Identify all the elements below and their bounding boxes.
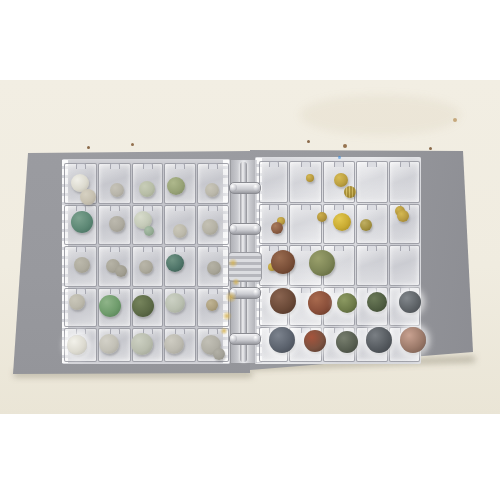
coin	[131, 333, 153, 355]
pocket-clip	[269, 204, 279, 210]
dirt-speck	[343, 144, 347, 148]
gold-glint	[228, 258, 238, 268]
coin	[306, 174, 314, 182]
coin	[367, 292, 387, 312]
dirt-speck	[131, 143, 134, 146]
coin	[67, 335, 87, 355]
binder-ring	[229, 223, 261, 235]
pocket-cell	[356, 245, 388, 286]
pocket-clip	[76, 246, 86, 252]
pocket-clip	[334, 287, 344, 293]
pocket-clip	[76, 163, 86, 169]
pocket-clip	[367, 245, 377, 251]
pocket-clip	[400, 161, 410, 167]
pocket-clip	[143, 246, 153, 252]
coin	[360, 219, 372, 231]
gold-glint	[222, 311, 232, 321]
pocket-clip	[269, 161, 279, 167]
pocket-clip	[143, 163, 153, 169]
pocket-clip	[334, 204, 344, 210]
dirt-speck	[429, 147, 432, 150]
dirt-speck	[87, 146, 90, 149]
gold-glint	[225, 291, 237, 303]
pocket-clip	[367, 161, 377, 167]
binder-ring	[229, 182, 261, 194]
coin	[144, 226, 154, 236]
coin	[99, 334, 119, 354]
coin	[344, 186, 356, 198]
pocket-clip	[208, 288, 218, 294]
pocket-cell	[289, 204, 322, 244]
coin	[270, 288, 296, 314]
pocket-cell	[289, 161, 322, 203]
coin	[213, 348, 225, 360]
coin	[109, 216, 125, 232]
coin	[74, 257, 90, 273]
coin	[400, 327, 426, 353]
gold-glint	[232, 278, 240, 286]
pocket-cell	[389, 161, 420, 203]
pocket-clip	[175, 163, 185, 169]
coin	[139, 181, 155, 197]
coin	[173, 224, 187, 238]
pocket-clip	[334, 161, 344, 167]
coin	[139, 260, 153, 274]
pocket-clip	[110, 288, 120, 294]
dirt-speck	[338, 156, 341, 159]
coin	[206, 299, 218, 311]
pocket-clip	[301, 161, 311, 167]
coin	[269, 327, 295, 353]
coin	[397, 210, 409, 222]
pocket-clip	[110, 246, 120, 252]
pocket-clip	[110, 163, 120, 169]
coin	[69, 294, 85, 310]
dirt-speck	[453, 118, 457, 122]
pocket-clip	[367, 204, 377, 210]
coin	[202, 219, 218, 235]
photo-white-edge-bottom	[0, 414, 500, 500]
binder-ring	[229, 333, 261, 345]
coin	[166, 254, 184, 272]
coin	[271, 250, 295, 274]
coin	[271, 222, 283, 234]
coin	[337, 293, 357, 313]
pocket-clip	[208, 205, 218, 211]
gold-glint	[220, 327, 228, 335]
pocket-cell	[259, 161, 288, 203]
pocket-clip	[175, 205, 185, 211]
coin	[167, 177, 185, 195]
pocket-clip	[400, 245, 410, 251]
coin	[304, 330, 326, 352]
coin	[71, 211, 93, 233]
coin	[308, 291, 332, 315]
coin	[205, 183, 219, 197]
coin-album-photo	[0, 0, 500, 500]
coin	[164, 334, 184, 354]
pocket-clip	[143, 288, 153, 294]
surface-smudge	[300, 95, 460, 135]
coin	[334, 173, 348, 187]
dirt-speck	[307, 140, 310, 143]
pocket-clip	[175, 328, 185, 334]
photo-white-edge-top	[0, 0, 500, 80]
coin	[317, 212, 327, 222]
coin	[132, 295, 154, 317]
pocket-clip	[301, 204, 311, 210]
coin	[115, 265, 127, 277]
coin	[399, 291, 421, 313]
pocket-clip	[334, 245, 344, 251]
coin	[165, 293, 185, 313]
coin	[207, 261, 221, 275]
pocket-clip	[110, 205, 120, 211]
coin	[336, 331, 358, 353]
pocket-clip	[208, 246, 218, 252]
pocket-clip	[175, 246, 185, 252]
coin	[309, 250, 335, 276]
pocket-clip	[301, 245, 311, 251]
coin	[80, 189, 96, 205]
pocket-clip	[208, 163, 218, 169]
coin	[333, 213, 351, 231]
pocket-clip	[110, 328, 120, 334]
pocket-clip	[76, 328, 86, 334]
coin	[366, 327, 392, 353]
pocket-cell	[356, 161, 388, 203]
pocket-clip	[301, 287, 311, 293]
pocket-cell	[389, 245, 420, 286]
pocket-clip	[208, 328, 218, 334]
coin	[110, 183, 124, 197]
coin	[99, 295, 121, 317]
